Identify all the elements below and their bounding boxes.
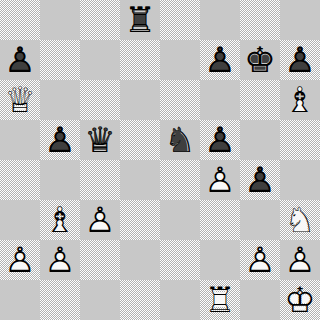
- square-a2[interactable]: ♟♙: [0, 240, 40, 280]
- white-bishop-b3[interactable]: ♝♗: [40, 200, 80, 240]
- square-b4[interactable]: [40, 160, 80, 200]
- white-pawn-h2[interactable]: ♟♙: [280, 240, 320, 280]
- square-d1[interactable]: [120, 280, 160, 320]
- square-e8[interactable]: [160, 0, 200, 40]
- square-e6[interactable]: [160, 80, 200, 120]
- piece-glyph-outline: ♗: [280, 80, 320, 120]
- square-d6[interactable]: [120, 80, 160, 120]
- piece-glyph-outline: ♘: [160, 120, 200, 160]
- square-g7[interactable]: ♚♔: [240, 40, 280, 80]
- white-pawn-b2[interactable]: ♟♙: [40, 240, 80, 280]
- square-a1[interactable]: [0, 280, 40, 320]
- square-c2[interactable]: [80, 240, 120, 280]
- square-f8[interactable]: [200, 0, 240, 40]
- black-pawn-h7[interactable]: ♟♙: [280, 40, 320, 80]
- piece-glyph-outline: ♙: [200, 40, 240, 80]
- white-pawn-g2[interactable]: ♟♙: [240, 240, 280, 280]
- piece-glyph-outline: ♙: [280, 40, 320, 80]
- piece-glyph-outline: ♗: [40, 200, 80, 240]
- black-queen-c5[interactable]: ♛♕: [80, 120, 120, 160]
- square-h5[interactable]: [280, 120, 320, 160]
- square-e5[interactable]: ♞♘: [160, 120, 200, 160]
- white-pawn-f4[interactable]: ♟♙: [200, 160, 240, 200]
- square-h8[interactable]: [280, 0, 320, 40]
- piece-glyph-outline: ♙: [200, 120, 240, 160]
- square-b2[interactable]: ♟♙: [40, 240, 80, 280]
- square-g8[interactable]: [240, 0, 280, 40]
- piece-glyph-outline: ♙: [240, 240, 280, 280]
- piece-glyph-outline: ♙: [0, 240, 40, 280]
- square-g4[interactable]: ♟♙: [240, 160, 280, 200]
- piece-glyph-outline: ♔: [240, 40, 280, 80]
- square-c3[interactable]: ♟♙: [80, 200, 120, 240]
- square-b7[interactable]: [40, 40, 80, 80]
- white-king-h1[interactable]: ♚♔: [280, 280, 320, 320]
- piece-glyph-outline: ♔: [280, 280, 320, 320]
- square-g5[interactable]: [240, 120, 280, 160]
- square-f6[interactable]: [200, 80, 240, 120]
- square-g2[interactable]: ♟♙: [240, 240, 280, 280]
- black-pawn-g4[interactable]: ♟♙: [240, 160, 280, 200]
- square-h4[interactable]: [280, 160, 320, 200]
- square-a7[interactable]: ♟♙: [0, 40, 40, 80]
- piece-glyph-outline: ♖: [200, 280, 240, 320]
- square-e2[interactable]: [160, 240, 200, 280]
- square-h2[interactable]: ♟♙: [280, 240, 320, 280]
- black-knight-e5[interactable]: ♞♘: [160, 120, 200, 160]
- square-d5[interactable]: [120, 120, 160, 160]
- square-d2[interactable]: [120, 240, 160, 280]
- square-d7[interactable]: [120, 40, 160, 80]
- piece-glyph-outline: ♕: [0, 80, 40, 120]
- square-a4[interactable]: [0, 160, 40, 200]
- square-g6[interactable]: [240, 80, 280, 120]
- black-pawn-b5[interactable]: ♟♙: [40, 120, 80, 160]
- piece-glyph-outline: ♘: [280, 200, 320, 240]
- piece-glyph-outline: ♙: [40, 240, 80, 280]
- square-h7[interactable]: ♟♙: [280, 40, 320, 80]
- square-a6[interactable]: ♛♕: [0, 80, 40, 120]
- black-pawn-f7[interactable]: ♟♙: [200, 40, 240, 80]
- black-pawn-a7[interactable]: ♟♙: [0, 40, 40, 80]
- white-rook-f1[interactable]: ♜♖: [200, 280, 240, 320]
- square-b8[interactable]: [40, 0, 80, 40]
- square-c4[interactable]: [80, 160, 120, 200]
- square-e1[interactable]: [160, 280, 200, 320]
- piece-glyph-outline: ♙: [80, 200, 120, 240]
- square-f5[interactable]: ♟♙: [200, 120, 240, 160]
- square-h1[interactable]: ♚♔: [280, 280, 320, 320]
- piece-glyph-outline: ♙: [200, 160, 240, 200]
- square-a5[interactable]: [0, 120, 40, 160]
- square-a8[interactable]: [0, 0, 40, 40]
- square-c5[interactable]: ♛♕: [80, 120, 120, 160]
- square-d3[interactable]: [120, 200, 160, 240]
- square-e3[interactable]: [160, 200, 200, 240]
- square-c6[interactable]: [80, 80, 120, 120]
- square-d4[interactable]: [120, 160, 160, 200]
- white-pawn-a2[interactable]: ♟♙: [0, 240, 40, 280]
- square-f3[interactable]: [200, 200, 240, 240]
- piece-glyph-outline: ♙: [40, 120, 80, 160]
- square-g3[interactable]: [240, 200, 280, 240]
- square-c8[interactable]: [80, 0, 120, 40]
- white-pawn-c3[interactable]: ♟♙: [80, 200, 120, 240]
- black-rook-d8[interactable]: ♜♖: [120, 0, 160, 40]
- square-c7[interactable]: [80, 40, 120, 80]
- black-king-g7[interactable]: ♚♔: [240, 40, 280, 80]
- piece-glyph-outline: ♕: [80, 120, 120, 160]
- square-c1[interactable]: [80, 280, 120, 320]
- square-f2[interactable]: [200, 240, 240, 280]
- square-f4[interactable]: ♟♙: [200, 160, 240, 200]
- square-e7[interactable]: [160, 40, 200, 80]
- white-queen-a6[interactable]: ♛♕: [0, 80, 40, 120]
- piece-glyph-outline: ♙: [0, 40, 40, 80]
- piece-glyph-outline: ♙: [240, 160, 280, 200]
- chess-board: ♜♖♟♙♟♙♚♔♟♙♛♕♝♗♟♙♛♕♞♘♟♙♟♙♟♙♝♗♟♙♞♘♟♙♟♙♟♙♟♙…: [0, 0, 320, 320]
- square-e4[interactable]: [160, 160, 200, 200]
- square-h6[interactable]: ♝♗: [280, 80, 320, 120]
- black-pawn-f5[interactable]: ♟♙: [200, 120, 240, 160]
- square-b6[interactable]: [40, 80, 80, 120]
- square-h3[interactable]: ♞♘: [280, 200, 320, 240]
- square-b3[interactable]: ♝♗: [40, 200, 80, 240]
- white-knight-h3[interactable]: ♞♘: [280, 200, 320, 240]
- square-f7[interactable]: ♟♙: [200, 40, 240, 80]
- square-f1[interactable]: ♜♖: [200, 280, 240, 320]
- square-a3[interactable]: [0, 200, 40, 240]
- piece-glyph-outline: ♙: [280, 240, 320, 280]
- piece-glyph-outline: ♖: [120, 0, 160, 40]
- square-b5[interactable]: ♟♙: [40, 120, 80, 160]
- white-bishop-h6[interactable]: ♝♗: [280, 80, 320, 120]
- square-d8[interactable]: ♜♖: [120, 0, 160, 40]
- square-g1[interactable]: [240, 280, 280, 320]
- square-b1[interactable]: [40, 280, 80, 320]
